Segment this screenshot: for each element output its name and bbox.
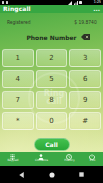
notification-icon bbox=[6, 1, 8, 3]
app-title: Ringcall bbox=[3, 5, 31, 13]
app-window: 1:25 Ringcall ... Ring call Registered $… bbox=[0, 0, 103, 183]
recents-button-icon[interactable] bbox=[79, 172, 84, 177]
nav-label-keypad: Keypad bbox=[8, 159, 19, 161]
key-7[interactable]: 7 bbox=[2, 91, 34, 109]
key-star[interactable]: * bbox=[2, 112, 34, 130]
overflow-menu-icon[interactable]: ... bbox=[93, 7, 100, 11]
dial-keypad: 1 2 3 4 5 6 7 8 9 * 0 # bbox=[2, 49, 101, 130]
battery-icon bbox=[79, 1, 81, 4]
nav-item-exit[interactable]: Exit bbox=[82, 152, 103, 166]
key-8[interactable]: 8 bbox=[36, 91, 68, 109]
nav-item-keypad[interactable]: Keypad bbox=[0, 152, 26, 166]
key-3[interactable]: 3 bbox=[69, 49, 101, 67]
nav-label-exit: Exit bbox=[90, 159, 96, 161]
nav-item-history[interactable]: History bbox=[57, 152, 82, 166]
network-icon bbox=[74, 1, 78, 5]
key-9[interactable]: 9 bbox=[69, 91, 101, 109]
phone-number-input[interactable]: Phone Number bbox=[0, 31, 103, 43]
key-2[interactable]: 2 bbox=[36, 49, 68, 67]
notification-icon bbox=[2, 1, 4, 3]
bottom-nav: Keypad Contacts History Exit bbox=[0, 152, 103, 166]
nav-label-history: History bbox=[64, 159, 74, 161]
notification-icons bbox=[2, 1, 8, 3]
dialer-screen: Ring call Registered $ 19.8740 Phone Num… bbox=[0, 13, 103, 152]
backspace-icon[interactable] bbox=[81, 34, 90, 40]
key-4[interactable]: 4 bbox=[2, 70, 34, 88]
nav-label-contacts: Contacts bbox=[35, 159, 48, 161]
registration-status: Registered bbox=[7, 20, 31, 25]
home-button-icon[interactable] bbox=[49, 172, 55, 178]
nav-item-contacts[interactable]: Contacts bbox=[26, 152, 57, 166]
key-6[interactable]: 6 bbox=[69, 70, 101, 88]
key-1[interactable]: 1 bbox=[2, 49, 34, 67]
account-row: Registered $ 19.8740 bbox=[7, 18, 97, 26]
phone-number-placeholder: Phone Number bbox=[26, 34, 76, 41]
key-0[interactable]: 0 bbox=[36, 112, 68, 130]
signal-icon bbox=[68, 1, 72, 5]
balance-amount: $ 19.8740 bbox=[75, 20, 97, 25]
call-button[interactable]: Call bbox=[34, 138, 70, 151]
back-button-icon[interactable] bbox=[19, 172, 24, 178]
call-button-label: Call bbox=[45, 141, 58, 148]
key-hash[interactable]: # bbox=[69, 112, 101, 130]
clock-text: 1:25 bbox=[94, 1, 101, 5]
key-5[interactable]: 5 bbox=[36, 70, 68, 88]
app-bar: Ringcall ... bbox=[0, 5, 103, 13]
system-nav-bar bbox=[0, 166, 103, 183]
